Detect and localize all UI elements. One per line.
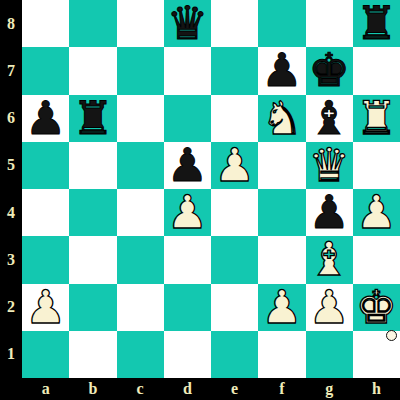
rank-label-3: 3 xyxy=(0,236,22,283)
square-b6[interactable]: ♜ xyxy=(69,95,116,142)
piece-black-rook[interactable]: ♜ xyxy=(356,0,397,47)
square-b4[interactable] xyxy=(69,189,116,236)
piece-white-pawn[interactable]: ♟ xyxy=(25,284,66,331)
square-d4[interactable]: ♟ xyxy=(164,189,211,236)
rank-label-1: 1 xyxy=(0,331,22,378)
square-c4[interactable] xyxy=(117,189,164,236)
chessboard-frame: 87654321 ♛♜♟♚♟♜♞♝♜♟♟♛♟♟♟♝♟♟♟♚ abcdefgh xyxy=(0,0,400,400)
piece-white-knight[interactable]: ♞ xyxy=(261,95,302,142)
square-e8[interactable] xyxy=(211,0,258,47)
square-g8[interactable] xyxy=(306,0,353,47)
piece-black-pawn[interactable]: ♟ xyxy=(309,189,350,236)
square-d7[interactable] xyxy=(164,47,211,94)
square-c8[interactable] xyxy=(117,0,164,47)
piece-white-bishop[interactable]: ♝ xyxy=(309,236,350,283)
square-f5[interactable] xyxy=(258,142,305,189)
board-grid: ♛♜♟♚♟♜♞♝♜♟♟♛♟♟♟♝♟♟♟♚ xyxy=(22,0,400,378)
square-h8[interactable]: ♜ xyxy=(353,0,400,47)
square-b7[interactable] xyxy=(69,47,116,94)
file-label-c: c xyxy=(117,378,164,400)
file-label-f: f xyxy=(258,378,305,400)
square-b8[interactable] xyxy=(69,0,116,47)
piece-black-king[interactable]: ♚ xyxy=(309,47,350,94)
piece-white-pawn[interactable]: ♟ xyxy=(356,189,397,236)
square-f1[interactable] xyxy=(258,331,305,378)
rank-label-7: 7 xyxy=(0,47,22,94)
piece-black-pawn[interactable]: ♟ xyxy=(261,47,302,94)
square-g5[interactable]: ♛ xyxy=(306,142,353,189)
piece-white-king[interactable]: ♚ xyxy=(356,284,397,331)
piece-black-pawn[interactable]: ♟ xyxy=(167,142,208,189)
square-c3[interactable] xyxy=(117,236,164,283)
square-a8[interactable] xyxy=(22,0,69,47)
file-label-h: h xyxy=(353,378,400,400)
piece-black-rook[interactable]: ♜ xyxy=(72,95,113,142)
square-f7[interactable]: ♟ xyxy=(258,47,305,94)
square-b1[interactable] xyxy=(69,331,116,378)
rank-label-6: 6 xyxy=(0,95,22,142)
square-f6[interactable]: ♞ xyxy=(258,95,305,142)
square-a6[interactable]: ♟ xyxy=(22,95,69,142)
piece-white-pawn[interactable]: ♟ xyxy=(309,284,350,331)
piece-black-pawn[interactable]: ♟ xyxy=(25,95,66,142)
square-e1[interactable] xyxy=(211,331,258,378)
square-c5[interactable] xyxy=(117,142,164,189)
file-label-d: d xyxy=(164,378,211,400)
square-a2[interactable]: ♟ xyxy=(22,284,69,331)
file-label-a: a xyxy=(22,378,69,400)
square-a4[interactable] xyxy=(22,189,69,236)
square-f4[interactable] xyxy=(258,189,305,236)
square-h3[interactable] xyxy=(353,236,400,283)
square-c1[interactable] xyxy=(117,331,164,378)
square-e3[interactable] xyxy=(211,236,258,283)
white-to-move-indicator xyxy=(386,330,397,341)
file-label-g: g xyxy=(306,378,353,400)
square-a5[interactable] xyxy=(22,142,69,189)
square-d8[interactable]: ♛ xyxy=(164,0,211,47)
square-e4[interactable] xyxy=(211,189,258,236)
square-g2[interactable]: ♟ xyxy=(306,284,353,331)
file-label-b: b xyxy=(69,378,116,400)
square-a1[interactable] xyxy=(22,331,69,378)
square-f3[interactable] xyxy=(258,236,305,283)
square-e7[interactable] xyxy=(211,47,258,94)
square-c6[interactable] xyxy=(117,95,164,142)
square-f8[interactable] xyxy=(258,0,305,47)
square-g6[interactable]: ♝ xyxy=(306,95,353,142)
piece-white-pawn[interactable]: ♟ xyxy=(167,189,208,236)
square-e2[interactable] xyxy=(211,284,258,331)
square-d5[interactable]: ♟ xyxy=(164,142,211,189)
square-b5[interactable] xyxy=(69,142,116,189)
square-c2[interactable] xyxy=(117,284,164,331)
square-h7[interactable] xyxy=(353,47,400,94)
file-label-e: e xyxy=(211,378,258,400)
square-f2[interactable]: ♟ xyxy=(258,284,305,331)
square-c7[interactable] xyxy=(117,47,164,94)
piece-white-pawn[interactable]: ♟ xyxy=(214,142,255,189)
square-b2[interactable] xyxy=(69,284,116,331)
square-g4[interactable]: ♟ xyxy=(306,189,353,236)
rank-label-5: 5 xyxy=(0,142,22,189)
piece-white-queen[interactable]: ♛ xyxy=(309,142,350,189)
rank-label-4: 4 xyxy=(0,189,22,236)
piece-black-bishop[interactable]: ♝ xyxy=(309,95,350,142)
square-d6[interactable] xyxy=(164,95,211,142)
square-d1[interactable] xyxy=(164,331,211,378)
square-g7[interactable]: ♚ xyxy=(306,47,353,94)
square-a7[interactable] xyxy=(22,47,69,94)
square-h5[interactable] xyxy=(353,142,400,189)
square-a3[interactable] xyxy=(22,236,69,283)
file-labels: abcdefgh xyxy=(22,378,400,400)
square-g1[interactable] xyxy=(306,331,353,378)
square-d2[interactable] xyxy=(164,284,211,331)
square-d3[interactable] xyxy=(164,236,211,283)
square-b3[interactable] xyxy=(69,236,116,283)
square-h6[interactable]: ♜ xyxy=(353,95,400,142)
piece-white-pawn[interactable]: ♟ xyxy=(261,284,302,331)
square-e5[interactable]: ♟ xyxy=(211,142,258,189)
square-h2[interactable]: ♚ xyxy=(353,284,400,331)
rank-label-2: 2 xyxy=(0,284,22,331)
piece-white-rook[interactable]: ♜ xyxy=(356,95,397,142)
rank-labels: 87654321 xyxy=(0,0,22,378)
square-g3[interactable]: ♝ xyxy=(306,236,353,283)
square-e6[interactable] xyxy=(211,95,258,142)
piece-black-queen[interactable]: ♛ xyxy=(167,0,208,47)
square-h4[interactable]: ♟ xyxy=(353,189,400,236)
rank-label-8: 8 xyxy=(0,0,22,47)
